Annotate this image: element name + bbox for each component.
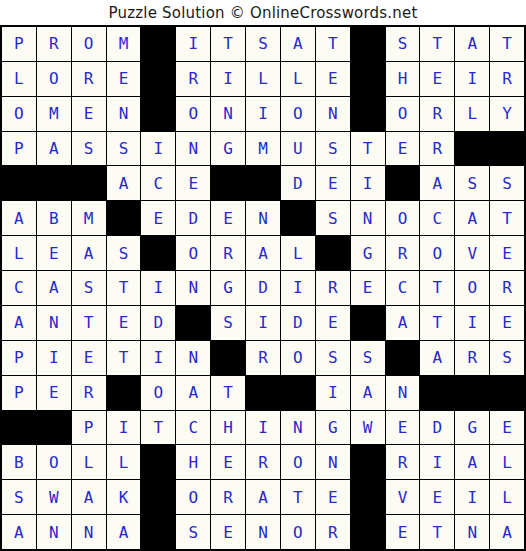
letter-cell: G: [211, 132, 245, 166]
letter-cell: D: [420, 411, 454, 445]
block-cell: [176, 306, 210, 340]
letter-cell: A: [2, 201, 36, 235]
letter-cell: I: [246, 411, 280, 445]
block-cell: [107, 201, 141, 235]
letter-cell: E: [316, 62, 350, 96]
letter-cell: E: [386, 411, 420, 445]
letter-cell: O: [176, 97, 210, 131]
letter-cell: T: [107, 341, 141, 375]
letter-cell: E: [176, 166, 210, 200]
letter-cell: E: [316, 166, 350, 200]
letter-cell: N: [37, 306, 71, 340]
letter-cell: M: [246, 132, 280, 166]
letter-cell: E: [107, 62, 141, 96]
letter-cell: D: [141, 306, 175, 340]
letter-cell: I: [246, 306, 280, 340]
letter-cell: G: [351, 236, 385, 270]
block-cell: [420, 376, 454, 410]
letter-cell: E: [490, 236, 524, 270]
letter-cell: T: [107, 271, 141, 305]
letter-cell: G: [211, 271, 245, 305]
letter-cell: A: [107, 166, 141, 200]
block-cell: [37, 166, 71, 200]
letter-cell: K: [107, 480, 141, 514]
letter-cell: T: [211, 27, 245, 61]
letter-cell: O: [455, 271, 489, 305]
letter-cell: O: [386, 201, 420, 235]
letter-cell: V: [455, 236, 489, 270]
letter-cell: A: [455, 445, 489, 479]
block-cell: [141, 515, 175, 549]
letter-cell: I: [176, 27, 210, 61]
letter-cell: R: [490, 271, 524, 305]
letter-cell: C: [2, 271, 36, 305]
letter-cell: P: [2, 376, 36, 410]
letter-cell: E: [490, 306, 524, 340]
letter-cell: O: [37, 445, 71, 479]
letter-cell: I: [211, 62, 245, 96]
letter-cell: U: [281, 132, 315, 166]
block-cell: [2, 411, 36, 445]
block-cell: [490, 376, 524, 410]
letter-cell: M: [107, 27, 141, 61]
letter-cell: N: [107, 97, 141, 131]
letter-cell: A: [246, 236, 280, 270]
letter-cell: E: [211, 201, 245, 235]
letter-cell: S: [211, 306, 245, 340]
letter-cell: R: [37, 27, 71, 61]
letter-cell: D: [246, 271, 280, 305]
letter-cell: N: [211, 97, 245, 131]
letter-cell: L: [490, 480, 524, 514]
block-cell: [141, 97, 175, 131]
letter-cell: A: [37, 132, 71, 166]
letter-cell: L: [107, 445, 141, 479]
letter-cell: R: [490, 62, 524, 96]
letter-cell: D: [281, 166, 315, 200]
letter-cell: Y: [490, 97, 524, 131]
letter-cell: E: [351, 271, 385, 305]
letter-cell: N: [246, 201, 280, 235]
block-cell: [2, 166, 36, 200]
puzzle-solution-page: Puzzle Solution © OnlineCrosswords.net P…: [0, 0, 526, 551]
block-cell: [246, 166, 280, 200]
letter-cell: N: [176, 271, 210, 305]
letter-cell: O: [386, 97, 420, 131]
letter-cell: A: [351, 376, 385, 410]
letter-cell: M: [72, 201, 106, 235]
letter-cell: T: [490, 27, 524, 61]
block-cell: [490, 132, 524, 166]
letter-cell: A: [490, 515, 524, 549]
letter-cell: E: [211, 515, 245, 549]
letter-cell: E: [420, 480, 454, 514]
letter-cell: L: [455, 97, 489, 131]
letter-cell: O: [420, 236, 454, 270]
letter-cell: E: [316, 480, 350, 514]
letter-cell: C: [420, 201, 454, 235]
letter-cell: T: [420, 271, 454, 305]
letter-cell: W: [351, 411, 385, 445]
letter-cell: E: [211, 445, 245, 479]
letter-cell: P: [2, 27, 36, 61]
letter-cell: A: [281, 27, 315, 61]
letter-cell: R: [246, 341, 280, 375]
letter-cell: P: [2, 132, 36, 166]
letter-cell: O: [281, 341, 315, 375]
block-cell: [351, 480, 385, 514]
letter-cell: A: [72, 480, 106, 514]
letter-cell: S: [490, 166, 524, 200]
letter-cell: T: [72, 306, 106, 340]
page-title: Puzzle Solution © OnlineCrosswords.net: [0, 0, 526, 25]
letter-cell: S: [316, 132, 350, 166]
letter-cell: I: [316, 376, 350, 410]
letter-cell: I: [455, 480, 489, 514]
letter-cell: A: [246, 480, 280, 514]
letter-cell: R: [72, 62, 106, 96]
block-cell: [211, 166, 245, 200]
letter-cell: S: [107, 236, 141, 270]
letter-cell: N: [246, 515, 280, 549]
letter-cell: R: [420, 97, 454, 131]
letter-cell: I: [141, 341, 175, 375]
letter-cell: S: [386, 27, 420, 61]
letter-cell: C: [176, 411, 210, 445]
letter-cell: E: [37, 236, 71, 270]
letter-cell: R: [316, 271, 350, 305]
letter-cell: I: [37, 341, 71, 375]
block-cell: [141, 236, 175, 270]
block-cell: [455, 132, 489, 166]
letter-cell: N: [37, 515, 71, 549]
letter-cell: S: [455, 166, 489, 200]
letter-cell: S: [490, 341, 524, 375]
block-cell: [455, 376, 489, 410]
letter-cell: A: [386, 306, 420, 340]
letter-cell: M: [37, 97, 71, 131]
letter-cell: I: [351, 166, 385, 200]
letter-cell: R: [420, 132, 454, 166]
letter-cell: N: [72, 515, 106, 549]
letter-cell: S: [316, 341, 350, 375]
letter-cell: O: [281, 515, 315, 549]
letter-cell: A: [420, 166, 454, 200]
letter-cell: C: [386, 271, 420, 305]
letter-cell: L: [281, 236, 315, 270]
letter-cell: P: [2, 341, 36, 375]
block-cell: [141, 62, 175, 96]
letter-cell: N: [386, 376, 420, 410]
letter-cell: D: [281, 306, 315, 340]
block-cell: [351, 27, 385, 61]
letter-cell: R: [455, 341, 489, 375]
letter-cell: N: [455, 515, 489, 549]
block-cell: [72, 166, 106, 200]
letter-cell: T: [490, 201, 524, 235]
letter-cell: N: [316, 97, 350, 131]
letter-cell: O: [141, 376, 175, 410]
block-cell: [141, 480, 175, 514]
letter-cell: B: [37, 201, 71, 235]
letter-cell: E: [72, 97, 106, 131]
block-cell: [246, 376, 280, 410]
letter-cell: H: [211, 411, 245, 445]
letter-cell: E: [386, 132, 420, 166]
letter-cell: T: [141, 411, 175, 445]
letter-cell: I: [141, 132, 175, 166]
letter-cell: O: [176, 236, 210, 270]
letter-cell: E: [386, 515, 420, 549]
letter-cell: A: [37, 271, 71, 305]
letter-cell: H: [176, 445, 210, 479]
block-cell: [386, 166, 420, 200]
letter-cell: N: [316, 445, 350, 479]
letter-cell: G: [455, 411, 489, 445]
letter-cell: L: [2, 62, 36, 96]
letter-cell: A: [176, 376, 210, 410]
letter-cell: I: [246, 97, 280, 131]
letter-cell: S: [176, 515, 210, 549]
letter-cell: E: [141, 201, 175, 235]
letter-cell: L: [246, 62, 280, 96]
letter-cell: T: [420, 515, 454, 549]
letter-cell: S: [246, 27, 280, 61]
letter-cell: N: [176, 132, 210, 166]
letter-cell: L: [72, 445, 106, 479]
letter-cell: S: [72, 271, 106, 305]
letter-cell: I: [420, 445, 454, 479]
letter-cell: T: [420, 27, 454, 61]
block-cell: [141, 27, 175, 61]
letter-cell: S: [351, 341, 385, 375]
letter-cell: A: [455, 27, 489, 61]
letter-cell: A: [420, 341, 454, 375]
letter-cell: R: [211, 480, 245, 514]
letter-cell: N: [176, 341, 210, 375]
letter-cell: G: [316, 411, 350, 445]
block-cell: [141, 445, 175, 479]
letter-cell: O: [2, 97, 36, 131]
letter-cell: I: [455, 62, 489, 96]
letter-cell: O: [176, 480, 210, 514]
letter-cell: S: [316, 201, 350, 235]
letter-cell: S: [107, 132, 141, 166]
block-cell: [281, 376, 315, 410]
letter-cell: E: [37, 376, 71, 410]
letter-cell: R: [386, 236, 420, 270]
letter-cell: A: [455, 201, 489, 235]
letter-cell: I: [107, 411, 141, 445]
letter-cell: A: [2, 306, 36, 340]
letter-cell: W: [37, 480, 71, 514]
letter-cell: L: [2, 236, 36, 270]
crossword-grid: PROMITSATSTATLORERILLEHEIROMENONIONORLYP…: [0, 25, 526, 551]
letter-cell: O: [72, 27, 106, 61]
letter-cell: S: [72, 132, 106, 166]
letter-cell: R: [246, 445, 280, 479]
letter-cell: R: [211, 236, 245, 270]
letter-cell: O: [281, 445, 315, 479]
letter-cell: T: [316, 27, 350, 61]
letter-cell: I: [141, 271, 175, 305]
letter-cell: T: [420, 306, 454, 340]
letter-cell: R: [72, 376, 106, 410]
block-cell: [316, 236, 350, 270]
block-cell: [351, 62, 385, 96]
letter-cell: T: [281, 480, 315, 514]
block-cell: [351, 306, 385, 340]
letter-cell: O: [37, 62, 71, 96]
block-cell: [107, 376, 141, 410]
letter-cell: D: [176, 201, 210, 235]
letter-cell: E: [107, 306, 141, 340]
letter-cell: T: [211, 376, 245, 410]
letter-cell: A: [107, 515, 141, 549]
letter-cell: H: [386, 62, 420, 96]
letter-cell: A: [2, 515, 36, 549]
letter-cell: O: [281, 97, 315, 131]
letter-cell: L: [281, 62, 315, 96]
block-cell: [281, 201, 315, 235]
block-cell: [211, 341, 245, 375]
block-cell: [351, 515, 385, 549]
letter-cell: E: [490, 411, 524, 445]
letter-cell: A: [72, 236, 106, 270]
letter-cell: I: [455, 306, 489, 340]
letter-cell: R: [386, 445, 420, 479]
letter-cell: B: [2, 445, 36, 479]
letter-cell: E: [316, 306, 350, 340]
letter-cell: T: [351, 132, 385, 166]
block-cell: [351, 97, 385, 131]
letter-cell: N: [351, 201, 385, 235]
block-cell: [386, 341, 420, 375]
letter-cell: I: [281, 271, 315, 305]
letter-cell: E: [72, 341, 106, 375]
letter-cell: L: [490, 445, 524, 479]
letter-cell: R: [316, 515, 350, 549]
letter-cell: R: [176, 62, 210, 96]
letter-cell: N: [281, 411, 315, 445]
letter-cell: P: [72, 411, 106, 445]
block-cell: [351, 445, 385, 479]
letter-cell: E: [420, 62, 454, 96]
block-cell: [37, 411, 71, 445]
letter-cell: C: [141, 166, 175, 200]
letter-cell: S: [2, 480, 36, 514]
letter-cell: V: [386, 480, 420, 514]
